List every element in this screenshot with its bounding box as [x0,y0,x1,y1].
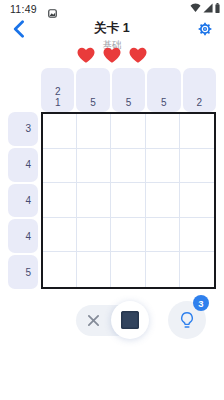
board-cell[interactable] [43,114,77,149]
app-screen: 11:49 关卡 1 基础 215552 [0,0,224,400]
board-cell[interactable] [77,252,111,287]
lives-row [0,46,224,64]
lightbulb-icon [177,310,197,331]
page-title: 关卡 1 [0,20,224,37]
clue-number: 1 [55,97,61,108]
board-cell[interactable] [180,149,214,184]
board-cell[interactable] [43,252,77,287]
signal-icon [203,3,213,13]
board-cell[interactable] [111,252,145,287]
clue-number: 2 [197,97,203,108]
status-bar: 11:49 [0,0,224,16]
clue-number: 2 [55,86,61,97]
board-cell[interactable] [146,149,180,184]
gear-icon [197,21,213,37]
filled-square-icon [121,311,139,329]
settings-button[interactable] [195,19,215,39]
clue-number: 3 [25,123,31,134]
column-clue-box: 5 [147,68,180,112]
row-clue-box: 4 [8,148,38,182]
board-cell[interactable] [77,149,111,184]
board-cell[interactable] [146,218,180,253]
board-cell[interactable] [77,114,111,149]
board-cell[interactable] [111,218,145,253]
heart-icon [76,46,96,64]
board-cell[interactable] [146,114,180,149]
clue-number: 5 [126,97,132,108]
board-cell[interactable] [43,183,77,218]
board-cell[interactable] [111,183,145,218]
row-clue-box: 4 [8,219,38,253]
clock: 11:49 [10,3,37,15]
column-clue-box: 2 [183,68,216,112]
clue-number: 5 [161,97,167,108]
wifi-icon [190,3,201,13]
column-clue-box: 5 [76,68,109,112]
board-cell[interactable] [180,183,214,218]
column-clues: 215552 [41,68,216,112]
board-cell[interactable] [180,252,214,287]
board-cell[interactable] [77,218,111,253]
board-cell[interactable] [77,183,111,218]
clue-number: 4 [25,195,31,206]
nonogram-board [41,112,216,289]
column-clue-box: 21 [41,68,74,112]
board-cell[interactable] [146,252,180,287]
x-icon [87,314,100,327]
row-clue-box: 4 [8,184,38,218]
mark-x-tool-button[interactable] [82,309,105,332]
board-cell[interactable] [180,114,214,149]
clue-number: 5 [25,267,31,278]
clue-number: 4 [25,159,31,170]
hint-count-badge: 3 [193,295,209,311]
fill-tool-button[interactable] [111,301,149,339]
board-cell[interactable] [111,114,145,149]
board-cell[interactable] [180,218,214,253]
hint-button[interactable]: 3 [168,301,206,339]
board-cell[interactable] [146,183,180,218]
battery-icon [215,3,220,13]
row-clues: 34445 [8,112,38,289]
column-clue-box: 5 [112,68,145,112]
board-cell[interactable] [43,218,77,253]
row-clue-box: 5 [8,255,38,289]
heart-icon [102,46,122,64]
clue-number: 4 [25,231,31,242]
board-cell[interactable] [43,149,77,184]
row-clue-box: 3 [8,112,38,146]
heart-icon [128,46,148,64]
board-cell[interactable] [111,149,145,184]
status-icons [190,3,220,13]
clue-number: 5 [90,97,96,108]
